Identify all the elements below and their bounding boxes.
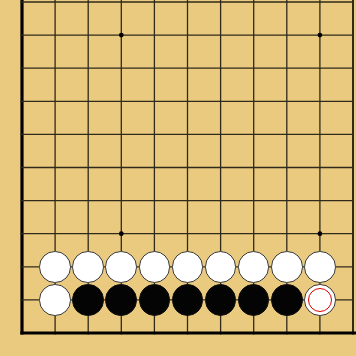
board-point-C3[interactable] bbox=[72, 250, 105, 283]
board-point-A3[interactable] bbox=[5, 250, 38, 283]
board-point-L7[interactable] bbox=[336, 118, 356, 151]
board-point-C1[interactable] bbox=[72, 316, 105, 349]
board-point-K9[interactable] bbox=[303, 52, 336, 85]
board-point-D7[interactable] bbox=[105, 118, 138, 151]
last-move-marker bbox=[308, 288, 333, 313]
board-point-B6[interactable] bbox=[39, 151, 72, 184]
board-point-J10[interactable] bbox=[270, 19, 303, 52]
board-point-K3[interactable] bbox=[303, 250, 336, 283]
board-point-H7[interactable] bbox=[237, 118, 270, 151]
board-point-C11[interactable] bbox=[72, 0, 105, 19]
board-point-H8[interactable] bbox=[237, 85, 270, 118]
board-point-F11[interactable] bbox=[171, 0, 204, 19]
board-point-G9[interactable] bbox=[204, 52, 237, 85]
board-point-L5[interactable] bbox=[336, 184, 356, 217]
board-point-A4[interactable] bbox=[5, 217, 38, 250]
board-point-K6[interactable] bbox=[303, 151, 336, 184]
board-point-L9[interactable] bbox=[336, 52, 356, 85]
board-point-C2[interactable] bbox=[72, 283, 105, 316]
board-point-G5[interactable] bbox=[204, 184, 237, 217]
board-point-C8[interactable] bbox=[72, 85, 105, 118]
white-stone-C3 bbox=[72, 251, 104, 283]
board-point-D8[interactable] bbox=[105, 85, 138, 118]
board-point-J1[interactable] bbox=[270, 316, 303, 349]
board-point-F8[interactable] bbox=[171, 85, 204, 118]
board-point-C10[interactable] bbox=[72, 19, 105, 52]
board-point-L6[interactable] bbox=[336, 151, 356, 184]
board-point-C5[interactable] bbox=[72, 184, 105, 217]
board-point-J8[interactable] bbox=[270, 85, 303, 118]
board-point-B7[interactable] bbox=[39, 118, 72, 151]
board-point-J6[interactable] bbox=[270, 151, 303, 184]
board-point-E2[interactable] bbox=[138, 283, 171, 316]
board-point-B10[interactable] bbox=[39, 19, 72, 52]
board-point-D4[interactable] bbox=[105, 217, 138, 250]
board-point-L10[interactable] bbox=[336, 19, 356, 52]
board-point-J4[interactable] bbox=[270, 217, 303, 250]
white-stone-E3 bbox=[139, 251, 171, 283]
board-point-A7[interactable] bbox=[5, 118, 38, 151]
board-point-B3[interactable] bbox=[39, 250, 72, 283]
board-point-L8[interactable] bbox=[336, 85, 356, 118]
board-point-E7[interactable] bbox=[138, 118, 171, 151]
white-stone-B3 bbox=[39, 251, 71, 283]
board-point-D1[interactable] bbox=[105, 316, 138, 349]
board-point-J11[interactable] bbox=[270, 0, 303, 19]
board-point-D6[interactable] bbox=[105, 151, 138, 184]
board-point-J2[interactable] bbox=[270, 283, 303, 316]
board-point-F1[interactable] bbox=[171, 316, 204, 349]
white-stone-K3 bbox=[304, 251, 336, 283]
board-point-B5[interactable] bbox=[39, 184, 72, 217]
board-point-J5[interactable] bbox=[270, 184, 303, 217]
board-point-G4[interactable] bbox=[204, 217, 237, 250]
board-point-G11[interactable] bbox=[204, 0, 237, 19]
board-point-A8[interactable] bbox=[5, 85, 38, 118]
board-point-B8[interactable] bbox=[39, 85, 72, 118]
board-point-G1[interactable] bbox=[204, 316, 237, 349]
board-point-H5[interactable] bbox=[237, 184, 270, 217]
board-intersections-grid bbox=[5, 0, 356, 349]
board-point-C6[interactable] bbox=[72, 151, 105, 184]
board-point-A10[interactable] bbox=[5, 19, 38, 52]
board-point-H4[interactable] bbox=[237, 217, 270, 250]
board-point-D11[interactable] bbox=[105, 0, 138, 19]
black-stone-G2 bbox=[205, 284, 237, 316]
board-point-G7[interactable] bbox=[204, 118, 237, 151]
board-point-A9[interactable] bbox=[5, 52, 38, 85]
board-point-C9[interactable] bbox=[72, 52, 105, 85]
board-point-G6[interactable] bbox=[204, 151, 237, 184]
board-point-F10[interactable] bbox=[171, 19, 204, 52]
board-point-C4[interactable] bbox=[72, 217, 105, 250]
white-stone-J3 bbox=[271, 251, 303, 283]
board-point-G8[interactable] bbox=[204, 85, 237, 118]
board-point-K8[interactable] bbox=[303, 85, 336, 118]
black-stone-E2 bbox=[139, 284, 171, 316]
board-point-A11[interactable] bbox=[5, 0, 38, 19]
white-stone-F3 bbox=[172, 251, 204, 283]
board-point-L3[interactable] bbox=[336, 250, 356, 283]
board-point-H9[interactable] bbox=[237, 52, 270, 85]
white-stone-G3 bbox=[205, 251, 237, 283]
board-point-K2[interactable] bbox=[303, 283, 336, 316]
board-point-G2[interactable] bbox=[204, 283, 237, 316]
board-point-H10[interactable] bbox=[237, 19, 270, 52]
board-point-B9[interactable] bbox=[39, 52, 72, 85]
black-stone-H2 bbox=[238, 284, 270, 316]
board-point-E5[interactable] bbox=[138, 184, 171, 217]
board-point-L2[interactable] bbox=[336, 283, 356, 316]
board-point-B2[interactable] bbox=[39, 283, 72, 316]
board-point-K4[interactable] bbox=[303, 217, 336, 250]
board-point-K7[interactable] bbox=[303, 118, 336, 151]
black-stone-F2 bbox=[172, 284, 204, 316]
board-point-F4[interactable] bbox=[171, 217, 204, 250]
board-point-J7[interactable] bbox=[270, 118, 303, 151]
board-point-A6[interactable] bbox=[5, 151, 38, 184]
board-point-F2[interactable] bbox=[171, 283, 204, 316]
white-stone-D3 bbox=[105, 251, 137, 283]
board-point-E1[interactable] bbox=[138, 316, 171, 349]
board-point-E3[interactable] bbox=[138, 250, 171, 283]
board-point-A2[interactable] bbox=[5, 283, 38, 316]
board-point-K10[interactable] bbox=[303, 19, 336, 52]
board-point-H2[interactable] bbox=[237, 283, 270, 316]
board-point-J3[interactable] bbox=[270, 250, 303, 283]
white-stone-K2 bbox=[304, 284, 336, 316]
board-point-D10[interactable] bbox=[105, 19, 138, 52]
white-stone-H3 bbox=[238, 251, 270, 283]
board-point-D3[interactable] bbox=[105, 250, 138, 283]
board-point-D5[interactable] bbox=[105, 184, 138, 217]
board-point-C7[interactable] bbox=[72, 118, 105, 151]
board-point-H1[interactable] bbox=[237, 316, 270, 349]
board-point-H3[interactable] bbox=[237, 250, 270, 283]
board-point-F6[interactable] bbox=[171, 151, 204, 184]
board-point-E11[interactable] bbox=[138, 0, 171, 19]
board-point-E10[interactable] bbox=[138, 19, 171, 52]
go-board bbox=[0, 0, 356, 356]
board-point-K11[interactable] bbox=[303, 0, 336, 19]
board-point-E4[interactable] bbox=[138, 217, 171, 250]
board-point-F9[interactable] bbox=[171, 52, 204, 85]
board-point-K1[interactable] bbox=[303, 316, 336, 349]
white-stone-B2 bbox=[39, 284, 71, 316]
board-point-B11[interactable] bbox=[39, 0, 72, 19]
black-stone-D2 bbox=[105, 284, 137, 316]
board-point-E6[interactable] bbox=[138, 151, 171, 184]
board-point-F3[interactable] bbox=[171, 250, 204, 283]
board-point-H11[interactable] bbox=[237, 0, 270, 19]
board-point-L1[interactable] bbox=[336, 316, 356, 349]
black-stone-J2 bbox=[271, 284, 303, 316]
board-point-G3[interactable] bbox=[204, 250, 237, 283]
board-point-B1[interactable] bbox=[39, 316, 72, 349]
board-point-K5[interactable] bbox=[303, 184, 336, 217]
board-point-D9[interactable] bbox=[105, 52, 138, 85]
board-point-G10[interactable] bbox=[204, 19, 237, 52]
board-point-A1[interactable] bbox=[5, 316, 38, 349]
board-point-F7[interactable] bbox=[171, 118, 204, 151]
board-point-E9[interactable] bbox=[138, 52, 171, 85]
black-stone-C2 bbox=[72, 284, 104, 316]
board-point-A5[interactable] bbox=[5, 184, 38, 217]
board-point-E8[interactable] bbox=[138, 85, 171, 118]
board-point-L4[interactable] bbox=[336, 217, 356, 250]
board-point-J9[interactable] bbox=[270, 52, 303, 85]
board-point-L11[interactable] bbox=[336, 0, 356, 19]
board-point-F5[interactable] bbox=[171, 184, 204, 217]
board-point-B4[interactable] bbox=[39, 217, 72, 250]
board-point-H6[interactable] bbox=[237, 151, 270, 184]
board-point-D2[interactable] bbox=[105, 283, 138, 316]
